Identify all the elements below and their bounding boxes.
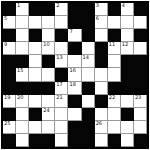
cell-r7c10[interactable]: 23 <box>134 95 147 108</box>
cell-r9c3[interactable] <box>42 121 55 134</box>
cell-r3c0[interactable]: 9 <box>3 42 16 55</box>
clue-number-20: 20 <box>17 95 23 100</box>
cell-r5c2[interactable] <box>29 68 42 81</box>
cell-r9c4[interactable] <box>55 121 68 134</box>
cell-r1c4[interactable] <box>55 16 68 29</box>
clue-number-25: 25 <box>4 121 10 126</box>
cell-r3c8[interactable]: 11 <box>108 42 121 55</box>
black-cell-r10c2 <box>29 134 42 147</box>
black-cell-r0c10 <box>134 3 147 16</box>
cell-r7c8[interactable]: 22 <box>108 95 121 108</box>
clue-number-18: 18 <box>69 82 75 87</box>
cell-r2c5[interactable]: 7 <box>68 29 81 42</box>
cell-r9c2[interactable] <box>29 121 42 134</box>
cell-r4c8[interactable] <box>108 55 121 68</box>
black-cell-r1c5 <box>68 16 81 29</box>
clue-number-10: 10 <box>43 42 49 47</box>
black-cell-r4c1 <box>16 55 29 68</box>
cell-r7c3[interactable] <box>42 95 55 108</box>
black-cell-r8c9 <box>121 108 134 121</box>
black-cell-r7c5 <box>68 95 81 108</box>
cell-r2c3[interactable] <box>42 29 55 42</box>
clue-number-17: 17 <box>56 82 62 87</box>
cell-r5c7[interactable] <box>95 68 108 81</box>
clue-number-21: 21 <box>56 95 62 100</box>
cell-r10c1[interactable] <box>16 134 29 147</box>
cell-r5c1[interactable]: 15 <box>16 68 29 81</box>
cell-r8c3[interactable]: 24 <box>42 108 55 121</box>
clue-number-11: 11 <box>109 42 115 47</box>
clue-number-1: 1 <box>17 3 20 8</box>
black-cell-r10c5 <box>68 134 81 147</box>
black-cell-r6c6 <box>82 82 95 95</box>
black-cell-r2c8 <box>108 29 121 42</box>
black-cell-r3c7 <box>95 42 108 55</box>
cell-r7c6[interactable] <box>82 95 95 108</box>
black-cell-r6c8 <box>108 82 121 95</box>
black-cell-r0c5 <box>68 3 81 16</box>
black-cell-r8c0 <box>3 108 16 121</box>
black-cell-r6c10 <box>134 82 147 95</box>
clue-number-23: 23 <box>135 95 141 100</box>
cell-r4c4[interactable]: 13 <box>55 55 68 68</box>
clue-number-6: 6 <box>96 16 99 21</box>
black-cell-r9c6 <box>82 121 95 134</box>
clue-number-14: 14 <box>83 55 89 60</box>
cell-r9c10[interactable] <box>134 121 147 134</box>
black-cell-r0c3 <box>42 3 55 16</box>
black-cell-r0c2 <box>29 3 42 16</box>
black-cell-r6c2 <box>29 82 42 95</box>
cell-r6c5[interactable]: 18 <box>68 82 81 95</box>
black-cell-r4c3 <box>42 55 55 68</box>
cell-r7c2[interactable] <box>29 95 42 108</box>
cell-r10c4[interactable] <box>55 134 68 147</box>
black-cell-r10c0 <box>3 134 16 147</box>
cell-r7c4[interactable]: 21 <box>55 95 68 108</box>
cell-r3c4[interactable] <box>55 42 68 55</box>
clue-number-9: 9 <box>4 42 7 47</box>
clue-number-12: 12 <box>122 42 128 47</box>
black-cell-r8c6 <box>82 108 95 121</box>
cell-r7c9[interactable] <box>121 95 134 108</box>
cell-r3c3[interactable]: 10 <box>42 42 55 55</box>
cell-r8c1[interactable] <box>16 108 29 121</box>
cell-r8c5[interactable] <box>68 108 81 121</box>
black-cell-r4c0 <box>3 55 16 68</box>
cell-r8c4[interactable] <box>55 108 68 121</box>
crossword-page: 1234567910111213141516171819202122232425… <box>0 0 150 150</box>
black-cell-r10c6 <box>82 134 95 147</box>
cell-r5c3[interactable] <box>42 68 55 81</box>
cell-r9c7[interactable]: 26 <box>95 121 108 134</box>
cell-r5c6[interactable] <box>82 68 95 81</box>
clue-number-2: 2 <box>56 3 59 8</box>
cell-r9c0[interactable]: 25 <box>3 121 16 134</box>
cell-r0c9[interactable]: 4 <box>121 3 134 16</box>
clue-number-19: 19 <box>4 95 10 100</box>
cell-r2c9[interactable] <box>121 29 134 42</box>
black-cell-r1c6 <box>82 16 95 29</box>
cell-r3c9[interactable]: 12 <box>121 42 134 55</box>
clue-number-16: 16 <box>69 68 75 73</box>
cell-r1c3[interactable] <box>42 16 55 29</box>
clue-number-26: 26 <box>96 121 102 126</box>
cell-r9c9[interactable] <box>121 121 134 134</box>
clue-number-7: 7 <box>69 29 72 34</box>
cell-r1c10[interactable] <box>134 16 147 29</box>
cell-r10c9[interactable] <box>121 134 134 147</box>
black-cell-r5c10 <box>134 68 147 81</box>
cell-r4c6[interactable]: 14 <box>82 55 95 68</box>
clue-number-24: 24 <box>43 108 49 113</box>
black-cell-r4c7 <box>95 55 108 68</box>
cell-r4c5[interactable] <box>68 55 81 68</box>
black-cell-r6c3 <box>42 82 55 95</box>
black-cell-r5c9 <box>121 68 134 81</box>
cell-r4c2[interactable] <box>29 55 42 68</box>
black-cell-r0c0 <box>3 3 16 16</box>
cell-r3c10[interactable] <box>134 42 147 55</box>
black-cell-r2c0 <box>3 29 16 42</box>
black-cell-r4c9 <box>121 55 134 68</box>
cell-r8c7[interactable] <box>95 108 108 121</box>
black-cell-r3c5 <box>68 42 81 55</box>
black-cell-r2c2 <box>29 29 42 42</box>
cell-r9c8[interactable] <box>108 121 121 134</box>
cell-r3c2[interactable] <box>29 42 42 55</box>
cell-r1c8[interactable] <box>108 16 121 29</box>
black-cell-r9c5 <box>68 121 81 134</box>
cell-r6c7[interactable] <box>95 82 108 95</box>
cell-r1c9[interactable] <box>121 16 134 29</box>
black-cell-r6c9 <box>121 82 134 95</box>
black-cell-r5c4 <box>55 68 68 81</box>
black-cell-r0c6 <box>82 3 95 16</box>
black-cell-r2c10 <box>134 29 147 42</box>
cell-r3c1[interactable] <box>16 42 29 55</box>
cell-r0c1[interactable]: 1 <box>16 3 29 16</box>
clue-number-22: 22 <box>109 95 115 100</box>
clue-number-13: 13 <box>56 55 62 60</box>
black-cell-r2c4 <box>55 29 68 42</box>
cell-r7c0[interactable]: 19 <box>3 95 16 108</box>
clue-number-5: 5 <box>4 16 7 21</box>
cell-r8c10[interactable] <box>134 108 147 121</box>
cell-r1c0[interactable]: 5 <box>3 16 16 29</box>
crossword-board: 1234567910111213141516171819202122232425… <box>1 1 149 149</box>
clue-number-15: 15 <box>17 68 23 73</box>
cell-r7c1[interactable]: 20 <box>16 95 29 108</box>
black-cell-r10c8 <box>108 134 121 147</box>
cell-r1c1[interactable] <box>16 16 29 29</box>
cell-r5c8[interactable] <box>108 68 121 81</box>
black-cell-r6c0 <box>3 82 16 95</box>
clue-number-3: 3 <box>96 3 99 8</box>
cell-r5c5[interactable]: 16 <box>68 68 81 81</box>
cell-r0c7[interactable]: 3 <box>95 3 108 16</box>
black-cell-r4c10 <box>134 55 147 68</box>
black-cell-r10c10 <box>134 134 147 147</box>
cell-r2c1[interactable] <box>16 29 29 42</box>
black-cell-r10c3 <box>42 134 55 147</box>
cell-r2c7[interactable] <box>95 29 108 42</box>
cell-r10c7[interactable] <box>95 134 108 147</box>
black-cell-r0c8 <box>108 3 121 16</box>
black-cell-r8c2 <box>29 108 42 121</box>
cell-r9c1[interactable] <box>16 121 29 134</box>
cell-r1c2[interactable] <box>29 16 42 29</box>
black-cell-r5c0 <box>3 68 16 81</box>
cell-r3c6[interactable] <box>82 42 95 55</box>
black-cell-r7c7 <box>95 95 108 108</box>
cell-r8c8[interactable] <box>108 108 121 121</box>
cell-r0c4[interactable]: 2 <box>55 3 68 16</box>
black-cell-r6c1 <box>16 82 29 95</box>
black-cell-r2c6 <box>82 29 95 42</box>
clue-number-4: 4 <box>122 3 125 8</box>
cell-r1c7[interactable]: 6 <box>95 16 108 29</box>
cell-r6c4[interactable]: 17 <box>55 82 68 95</box>
